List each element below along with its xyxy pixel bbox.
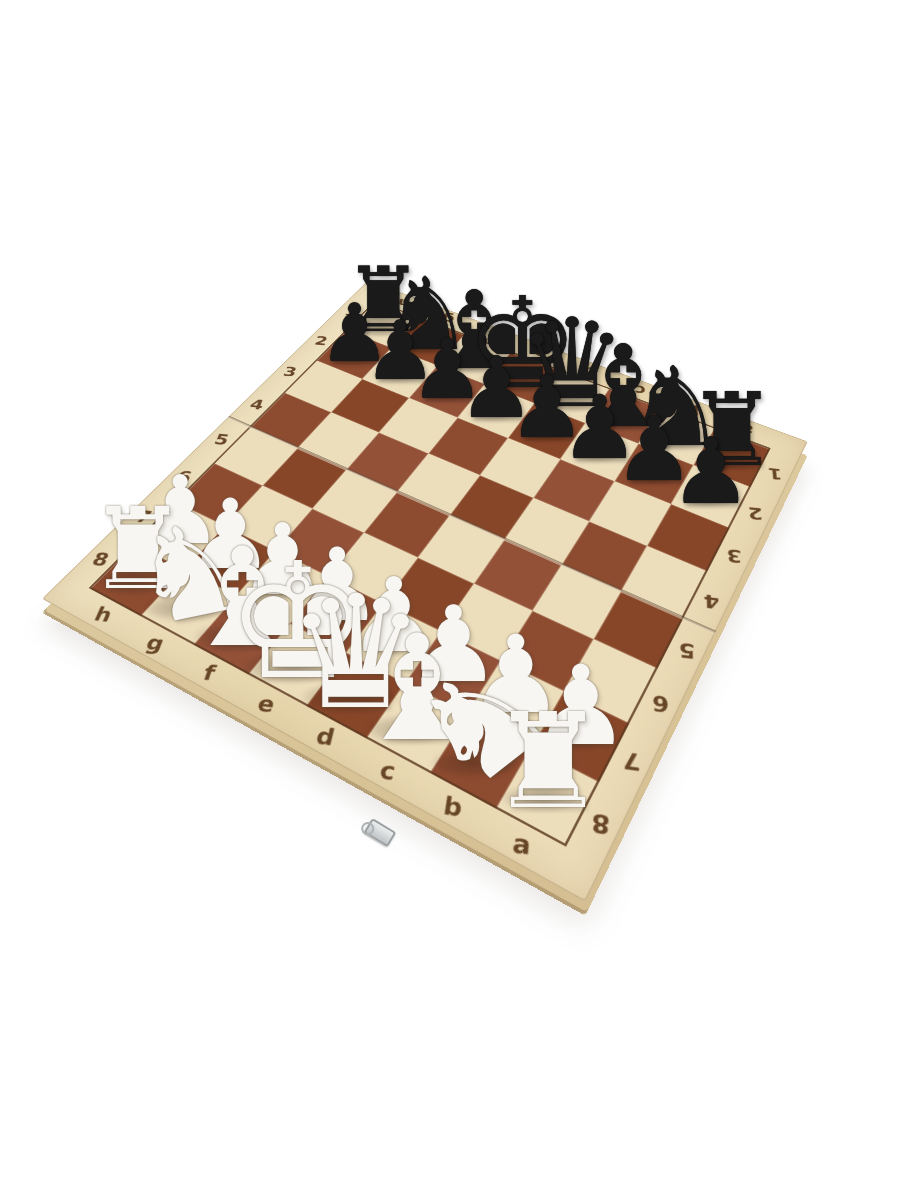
- chess-set-photo: 11hh22gg33ff44ee55dd66cc77bb88aa ♜♞♟♝♟♚♟…: [0, 0, 900, 1200]
- rank-label-right-3: 3: [718, 529, 751, 583]
- clasp-icon: [364, 818, 397, 847]
- rank-label-right-8: 8: [580, 785, 620, 864]
- rank-label-right-5: 5: [670, 620, 703, 682]
- rank-label-right-4: 4: [695, 573, 728, 631]
- rank-label-right-6: 6: [643, 671, 678, 738]
- chess-board: 11hh22gg33ff44ee55dd66cc77bb88aa: [42, 280, 808, 901]
- rank-label-right-7: 7: [613, 725, 650, 798]
- rank-label-right-2: 2: [739, 489, 772, 539]
